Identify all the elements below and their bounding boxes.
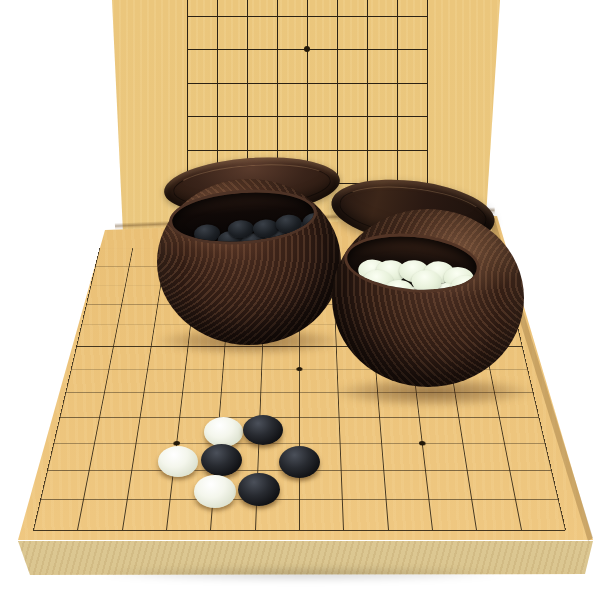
- grid-line: [77, 248, 133, 530]
- grid-line: [187, 83, 428, 84]
- white-stone[interactable]: [204, 417, 243, 447]
- go-set-photo: [0, 0, 600, 600]
- grid-line: [427, 0, 428, 184]
- black-stone[interactable]: [279, 446, 320, 478]
- grid-line: [277, 0, 278, 184]
- white-stone[interactable]: [194, 475, 236, 508]
- star-point: [173, 441, 180, 445]
- grid-line: [187, 16, 428, 17]
- grid-line: [217, 0, 218, 184]
- grid-line: [187, 150, 428, 151]
- grid-line: [307, 0, 308, 184]
- star-point: [296, 367, 302, 371]
- grid-line: [33, 530, 565, 531]
- grid-line: [187, 0, 188, 184]
- grid-line: [337, 0, 338, 184]
- board-ground-shadow: [25, 564, 577, 584]
- black-stone[interactable]: [243, 415, 283, 445]
- star-point: [304, 46, 310, 52]
- grid-line: [397, 0, 398, 184]
- grid-line: [40, 500, 558, 501]
- black-stone[interactable]: [201, 444, 242, 476]
- grid-line: [53, 443, 544, 444]
- white-stone[interactable]: [158, 446, 198, 477]
- grid-line: [187, 116, 428, 117]
- star-point: [418, 441, 425, 445]
- grid-line: [33, 248, 100, 530]
- grid-line: [247, 0, 248, 184]
- black-stone[interactable]: [238, 473, 280, 506]
- grid-line: [59, 417, 538, 418]
- grid-line: [122, 248, 167, 530]
- grid-line: [367, 0, 368, 184]
- bowl-stone-black: [275, 214, 302, 234]
